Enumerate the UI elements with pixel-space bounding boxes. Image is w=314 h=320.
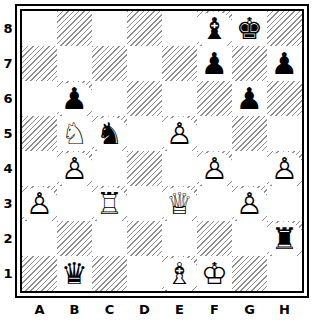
white-pawn: ♙ [162, 116, 197, 151]
square-a7 [22, 46, 57, 81]
square-c3: ♖ [92, 186, 127, 221]
square-h4: ♙ [267, 151, 302, 186]
square-a4 [22, 151, 57, 186]
square-f8: ♝ [197, 11, 232, 46]
square-c5: ♞ [92, 116, 127, 151]
square-h1 [267, 256, 302, 291]
square-d5 [127, 116, 162, 151]
rank-label-7: 7 [1, 46, 15, 81]
file-label-A: A [22, 302, 57, 317]
white-rook: ♖ [92, 186, 127, 221]
square-d4 [127, 151, 162, 186]
square-h6 [267, 81, 302, 116]
square-e8 [162, 11, 197, 46]
square-d7 [127, 46, 162, 81]
white-knight: ♘ [57, 116, 92, 151]
square-c4 [92, 151, 127, 186]
square-a8 [22, 11, 57, 46]
file-label-D: D [127, 302, 162, 317]
white-pawn: ♙ [197, 151, 232, 186]
square-h5 [267, 116, 302, 151]
file-label-E: E [162, 302, 197, 317]
square-h7: ♟ [267, 46, 302, 81]
square-d3 [127, 186, 162, 221]
square-d6 [127, 81, 162, 116]
square-b8 [57, 11, 92, 46]
rank-label-4: 4 [1, 151, 15, 186]
black-knight: ♞ [92, 116, 127, 151]
square-e5: ♙ [162, 116, 197, 151]
square-b1: ♛ [57, 256, 92, 291]
rank-label-5: 5 [1, 116, 15, 151]
square-e1: ♗ [162, 256, 197, 291]
white-bishop: ♗ [162, 256, 197, 291]
square-a6 [22, 81, 57, 116]
white-pawn: ♙ [57, 151, 92, 186]
rank-label-2: 2 [1, 221, 15, 256]
black-pawn: ♟ [57, 81, 92, 116]
square-g2 [232, 221, 267, 256]
square-c1 [92, 256, 127, 291]
square-d2 [127, 221, 162, 256]
square-e7 [162, 46, 197, 81]
chess-diagram: 87654321 ♝♚♟♟♟♟♘♞♙♙♙♙♙♖♕♙♜♛♗♔ ABCDEFGH [1, 4, 314, 320]
file-label-B: B [57, 302, 92, 317]
square-b3 [57, 186, 92, 221]
rank-labels: 87654321 [1, 4, 15, 298]
square-e6 [162, 81, 197, 116]
square-g4 [232, 151, 267, 186]
square-f5 [197, 116, 232, 151]
square-h2: ♜ [267, 221, 302, 256]
square-h8 [267, 11, 302, 46]
square-c8 [92, 11, 127, 46]
rank-label-1: 1 [1, 256, 15, 291]
square-g1 [232, 256, 267, 291]
square-d1 [127, 256, 162, 291]
square-a3: ♙ [22, 186, 57, 221]
square-f1: ♔ [197, 256, 232, 291]
square-e4 [162, 151, 197, 186]
square-d8 [127, 11, 162, 46]
rank-label-8: 8 [1, 11, 15, 46]
square-c6 [92, 81, 127, 116]
black-pawn: ♟ [267, 46, 302, 81]
square-g3: ♙ [232, 186, 267, 221]
rank-label-6: 6 [1, 81, 15, 116]
white-queen: ♕ [162, 186, 197, 221]
square-c2 [92, 221, 127, 256]
white-pawn: ♙ [22, 186, 57, 221]
square-a2 [22, 221, 57, 256]
square-b5: ♘ [57, 116, 92, 151]
square-b2 [57, 221, 92, 256]
file-label-F: F [197, 302, 232, 317]
square-g7 [232, 46, 267, 81]
square-b4: ♙ [57, 151, 92, 186]
black-queen: ♛ [57, 256, 92, 291]
square-g6: ♟ [232, 81, 267, 116]
square-f6 [197, 81, 232, 116]
black-king: ♚ [232, 11, 267, 46]
white-king: ♔ [197, 256, 232, 291]
rank-label-3: 3 [1, 186, 15, 221]
square-f2 [197, 221, 232, 256]
file-labels: ABCDEFGH [15, 298, 309, 320]
file-label-H: H [267, 302, 302, 317]
square-f3 [197, 186, 232, 221]
square-e2 [162, 221, 197, 256]
white-pawn: ♙ [232, 186, 267, 221]
square-a5 [22, 116, 57, 151]
black-bishop: ♝ [197, 11, 232, 46]
square-f7: ♟ [197, 46, 232, 81]
square-e3: ♕ [162, 186, 197, 221]
square-f4: ♙ [197, 151, 232, 186]
board-frame: ♝♚♟♟♟♟♘♞♙♙♙♙♙♖♕♙♜♛♗♔ [15, 4, 309, 298]
file-label-G: G [232, 302, 267, 317]
square-g5 [232, 116, 267, 151]
square-g8: ♚ [232, 11, 267, 46]
square-b7 [57, 46, 92, 81]
black-rook: ♜ [267, 221, 302, 256]
black-pawn: ♟ [197, 46, 232, 81]
white-pawn: ♙ [267, 151, 302, 186]
square-b6: ♟ [57, 81, 92, 116]
square-c7 [92, 46, 127, 81]
square-h3 [267, 186, 302, 221]
chess-board: ♝♚♟♟♟♟♘♞♙♙♙♙♙♖♕♙♜♛♗♔ [20, 9, 304, 293]
file-label-C: C [92, 302, 127, 317]
square-a1 [22, 256, 57, 291]
black-pawn: ♟ [232, 81, 267, 116]
